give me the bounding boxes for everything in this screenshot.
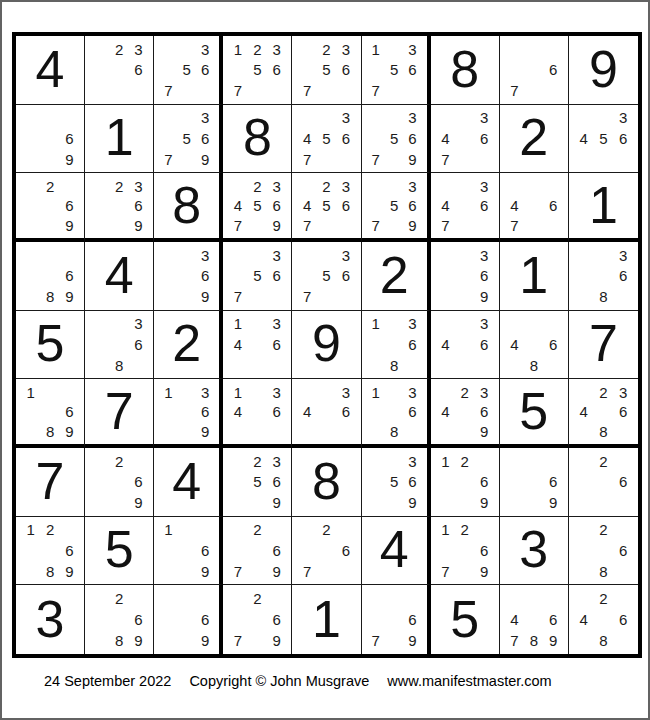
pencil-mark-slot-5 xyxy=(455,402,474,422)
cell-r3c1[interactable]: 269 xyxy=(16,173,85,242)
pencil-mark-slot-7 xyxy=(21,286,40,307)
pencil-mark-slot-2: 2 xyxy=(40,520,59,541)
pencil-mark-slot-3 xyxy=(60,176,79,196)
cell-r4c2[interactable]: 4 xyxy=(85,242,154,311)
pencil-mark-slot-9: 9 xyxy=(60,215,79,235)
pencil-mark-slot-9 xyxy=(544,80,563,101)
pencil-mark-slot-2: 2 xyxy=(317,176,336,196)
cell-r3c6[interactable]: 35679 xyxy=(362,173,431,242)
pencil-marks: 69 xyxy=(154,585,219,654)
pencil-mark-slot-7 xyxy=(367,492,385,513)
pencil-mark-slot-3 xyxy=(196,588,214,609)
pencil-mark-slot-8 xyxy=(455,286,474,307)
pencil-mark-slot-9 xyxy=(196,80,214,101)
cell-r4c7[interactable]: 369 xyxy=(431,242,500,311)
pencil-mark-slot-1: 1 xyxy=(228,382,247,402)
pencil-marks: 69 xyxy=(16,105,84,173)
pencil-mark-slot-2: 2 xyxy=(109,451,128,472)
pencil-mark-slot-4 xyxy=(574,540,594,561)
cell-r5c2[interactable]: 368 xyxy=(85,311,154,380)
cell-r4c8[interactable]: 1 xyxy=(500,242,569,311)
cell-r7c1[interactable]: 7 xyxy=(16,448,85,517)
pencil-mark-slot-4: 4 xyxy=(436,128,455,149)
cell-r9c7[interactable]: 5 xyxy=(431,585,500,654)
pencil-mark-slot-1: 1 xyxy=(21,520,40,541)
pencil-mark-slot-1 xyxy=(21,108,40,129)
pencil-mark-slot-8: 8 xyxy=(40,561,59,582)
pencil-mark-slot-7: 7 xyxy=(297,286,316,307)
pencil-mark-slot-7 xyxy=(90,492,109,513)
cell-r4c3[interactable]: 369 xyxy=(154,242,223,311)
pencil-mark-slot-7 xyxy=(21,561,40,582)
pencil-mark-slot-9 xyxy=(544,215,563,235)
pencil-mark-slot-4 xyxy=(574,266,594,287)
pencil-marks: 467 xyxy=(500,173,568,238)
pencil-mark-slot-8 xyxy=(178,630,196,651)
cell-r2c8[interactable]: 2 xyxy=(500,105,569,174)
pencil-mark-slot-8: 8 xyxy=(594,286,614,307)
pencil-mark-slot-3 xyxy=(544,176,563,196)
pencil-mark-slot-3 xyxy=(60,245,79,266)
cell-r9c9[interactable]: 2468 xyxy=(569,585,638,654)
pencil-mark-slot-6: 6 xyxy=(196,402,214,422)
pencil-mark-slot-6: 6 xyxy=(403,334,421,355)
cell-r4c1[interactable]: 689 xyxy=(16,242,85,311)
pencil-mark-slot-3: 3 xyxy=(474,245,493,266)
cell-r2c2[interactable]: 1 xyxy=(85,105,154,174)
pencil-mark-slot-1 xyxy=(228,520,247,541)
pencil-mark-slot-5 xyxy=(109,196,128,216)
pencil-mark-slot-3: 3 xyxy=(474,176,493,196)
cell-r6c3[interactable]: 1369 xyxy=(154,379,223,448)
cell-r2c6[interactable]: 35679 xyxy=(362,105,431,174)
pencil-mark-slot-9 xyxy=(613,286,633,307)
pencil-mark-slot-4 xyxy=(21,402,40,422)
pencil-mark-slot-8 xyxy=(248,355,267,376)
cell-r9c6[interactable]: 679 xyxy=(362,585,431,654)
cell-r5c5[interactable]: 9 xyxy=(292,311,361,380)
pencil-marks: 1368 xyxy=(362,379,427,444)
pencil-mark-slot-4 xyxy=(159,128,177,149)
pencil-mark-slot-8 xyxy=(385,492,403,513)
pencil-marks: 3467 xyxy=(431,173,499,238)
pencil-mark-slot-6: 6 xyxy=(196,540,214,561)
cell-r1c8[interactable]: 67 xyxy=(500,36,569,105)
pencil-mark-slot-9 xyxy=(336,215,355,235)
pencil-mark-slot-9 xyxy=(267,421,286,441)
cell-r3c2[interactable]: 2369 xyxy=(85,173,154,242)
cell-r5c6[interactable]: 1368 xyxy=(362,311,431,380)
pencil-mark-slot-2 xyxy=(524,588,543,609)
pencil-mark-slot-1 xyxy=(90,451,109,472)
pencil-mark-slot-5 xyxy=(178,609,196,630)
cell-r2c3[interactable]: 35679 xyxy=(154,105,223,174)
pencil-mark-slot-2: 2 xyxy=(594,520,614,541)
cell-r8c5[interactable]: 267 xyxy=(292,517,361,586)
pencil-mark-slot-4 xyxy=(367,402,385,422)
pencil-mark-slot-6: 6 xyxy=(267,540,286,561)
cell-r2c1[interactable]: 69 xyxy=(16,105,85,174)
pencil-mark-slot-9 xyxy=(336,561,355,582)
pencil-mark-slot-2: 2 xyxy=(317,39,336,60)
cell-r1c1[interactable]: 4 xyxy=(16,36,85,105)
cell-r7c6[interactable]: 3569 xyxy=(362,448,431,517)
cell-r5c7[interactable]: 346 xyxy=(431,311,500,380)
pencil-mark-slot-2: 2 xyxy=(594,451,614,472)
pencil-mark-slot-3 xyxy=(129,451,148,472)
pencil-mark-slot-7: 7 xyxy=(436,149,455,170)
pencil-mark-slot-8 xyxy=(317,80,336,101)
pencil-mark-slot-4: 4 xyxy=(436,196,455,216)
pencil-mark-slot-9 xyxy=(474,215,493,235)
cell-r6c1[interactable]: 1689 xyxy=(16,379,85,448)
pencil-mark-slot-6: 6 xyxy=(403,609,421,630)
pencil-mark-slot-1 xyxy=(90,39,109,60)
pencil-mark-slot-3: 3 xyxy=(474,108,493,129)
cell-r6c4[interactable]: 1346 xyxy=(223,379,292,448)
given-digit: 5 xyxy=(105,523,134,575)
pencil-mark-slot-5 xyxy=(524,334,543,355)
pencil-mark-slot-7 xyxy=(228,421,247,441)
pencil-mark-slot-4 xyxy=(21,196,40,216)
pencil-mark-slot-1: 1 xyxy=(228,314,247,335)
pencil-mark-slot-8 xyxy=(455,215,474,235)
pencil-mark-slot-9: 9 xyxy=(403,492,421,513)
pencil-mark-slot-2: 2 xyxy=(109,588,128,609)
cell-r8c9[interactable]: 268 xyxy=(569,517,638,586)
pencil-mark-slot-4 xyxy=(367,196,385,216)
given-digit: 4 xyxy=(172,455,201,507)
pencil-mark-slot-8 xyxy=(248,492,267,513)
pencil-mark-slot-9: 9 xyxy=(60,561,79,582)
pencil-mark-slot-8: 8 xyxy=(594,561,614,582)
pencil-mark-slot-1 xyxy=(574,451,594,472)
cell-r3c8[interactable]: 467 xyxy=(500,173,569,242)
pencil-mark-slot-8 xyxy=(248,421,267,441)
pencil-mark-slot-5 xyxy=(248,540,267,561)
pencil-mark-slot-2 xyxy=(455,176,474,196)
cell-r5c1[interactable]: 5 xyxy=(16,311,85,380)
pencil-mark-slot-3 xyxy=(196,520,214,541)
cell-r8c6[interactable]: 4 xyxy=(362,517,431,586)
cell-r6c9[interactable]: 23468 xyxy=(569,379,638,448)
pencil-mark-slot-9: 9 xyxy=(267,561,286,582)
pencil-mark-slot-7: 7 xyxy=(505,80,524,101)
pencil-mark-slot-4: 4 xyxy=(297,402,316,422)
cell-r1c5[interactable]: 23567 xyxy=(292,36,361,105)
cell-r6c2[interactable]: 7 xyxy=(85,379,154,448)
cell-r4c4[interactable]: 3567 xyxy=(223,242,292,311)
cell-r8c7[interactable]: 12679 xyxy=(431,517,500,586)
pencil-mark-slot-4 xyxy=(159,60,177,81)
pencil-mark-slot-4 xyxy=(505,60,524,81)
pencil-mark-slot-1 xyxy=(297,108,316,129)
pencil-mark-slot-6: 6 xyxy=(544,60,563,81)
cell-r6c6[interactable]: 1368 xyxy=(362,379,431,448)
pencil-mark-slot-6: 6 xyxy=(196,60,214,81)
cell-r5c9[interactable]: 7 xyxy=(569,311,638,380)
pencil-mark-slot-4 xyxy=(159,540,177,561)
pencil-mark-slot-3: 3 xyxy=(403,451,421,472)
pencil-mark-slot-7 xyxy=(574,561,594,582)
pencil-marks: 1346 xyxy=(223,379,291,444)
cell-r1c4[interactable]: 123567 xyxy=(223,36,292,105)
cell-r3c7[interactable]: 3467 xyxy=(431,173,500,242)
pencil-mark-slot-2 xyxy=(524,39,543,60)
pencil-mark-slot-3 xyxy=(544,39,563,60)
pencil-mark-slot-4: 4 xyxy=(574,609,594,630)
cell-r2c7[interactable]: 3467 xyxy=(431,105,500,174)
cell-r1c6[interactable]: 13567 xyxy=(362,36,431,105)
pencil-mark-slot-3 xyxy=(267,520,286,541)
pencil-mark-slot-4 xyxy=(367,334,385,355)
pencil-mark-slot-7 xyxy=(367,421,385,441)
cell-r8c8[interactable]: 3 xyxy=(500,517,569,586)
pencil-mark-slot-7: 7 xyxy=(159,80,177,101)
cell-r7c2[interactable]: 269 xyxy=(85,448,154,517)
cell-r6c7[interactable]: 23469 xyxy=(431,379,500,448)
pencil-mark-slot-8: 8 xyxy=(594,630,614,651)
pencil-marks: 3456 xyxy=(569,105,638,173)
pencil-mark-slot-4 xyxy=(228,60,247,81)
pencil-mark-slot-6: 6 xyxy=(613,266,633,287)
cell-r7c8[interactable]: 69 xyxy=(500,448,569,517)
pencil-marks: 35679 xyxy=(154,105,219,173)
cell-r5c8[interactable]: 468 xyxy=(500,311,569,380)
pencil-mark-slot-8 xyxy=(178,561,196,582)
given-digit: 7 xyxy=(105,385,134,437)
pencil-mark-slot-1 xyxy=(228,245,247,266)
pencil-mark-slot-6: 6 xyxy=(403,128,421,149)
pencil-mark-slot-3 xyxy=(613,588,633,609)
pencil-mark-slot-8: 8 xyxy=(385,355,403,376)
pencil-mark-slot-5 xyxy=(40,266,59,287)
cell-r9c4[interactable]: 2679 xyxy=(223,585,292,654)
pencil-mark-slot-1 xyxy=(574,520,594,541)
pencil-mark-slot-4 xyxy=(159,609,177,630)
pencil-mark-slot-7 xyxy=(21,215,40,235)
given-digit: 3 xyxy=(36,593,65,645)
cell-r3c5[interactable]: 234567 xyxy=(292,173,361,242)
pencil-mark-slot-5 xyxy=(455,472,474,493)
cell-r4c5[interactable]: 3567 xyxy=(292,242,361,311)
given-digit: 5 xyxy=(36,317,65,369)
pencil-mark-slot-1 xyxy=(505,314,524,335)
cell-r7c9[interactable]: 26 xyxy=(569,448,638,517)
pencil-mark-slot-2 xyxy=(40,382,59,402)
pencil-mark-slot-2 xyxy=(524,314,543,335)
pencil-mark-slot-2 xyxy=(385,108,403,129)
given-digit: 7 xyxy=(36,455,65,507)
cell-r9c5[interactable]: 1 xyxy=(292,585,361,654)
pencil-mark-slot-6: 6 xyxy=(474,196,493,216)
pencil-mark-slot-4 xyxy=(228,266,247,287)
cell-r2c9[interactable]: 3456 xyxy=(569,105,638,174)
cell-r1c2[interactable]: 236 xyxy=(85,36,154,105)
pencil-mark-slot-6: 6 xyxy=(60,128,79,149)
pencil-mark-slot-1 xyxy=(159,39,177,60)
given-digit: 4 xyxy=(380,523,409,575)
cell-r1c9[interactable]: 9 xyxy=(569,36,638,105)
pencil-mark-slot-8 xyxy=(248,630,267,651)
cell-r8c3[interactable]: 169 xyxy=(154,517,223,586)
cell-r2c4[interactable]: 8 xyxy=(223,105,292,174)
pencil-mark-slot-5 xyxy=(455,540,474,561)
pencil-mark-slot-1 xyxy=(21,176,40,196)
footer-date: 24 September 2022 xyxy=(44,673,171,689)
pencil-mark-slot-7: 7 xyxy=(228,286,247,307)
pencil-marks: 1368 xyxy=(362,311,427,379)
pencil-mark-slot-3: 3 xyxy=(129,314,148,335)
pencil-marks: 1269 xyxy=(431,448,499,516)
pencil-mark-slot-6: 6 xyxy=(336,128,355,149)
given-digit: 8 xyxy=(312,455,341,507)
cell-r8c2[interactable]: 5 xyxy=(85,517,154,586)
pencil-mark-slot-7: 7 xyxy=(297,215,316,235)
pencil-mark-slot-9 xyxy=(336,149,355,170)
pencil-mark-slot-1 xyxy=(90,176,109,196)
cell-r7c7[interactable]: 1269 xyxy=(431,448,500,517)
pencil-mark-slot-9: 9 xyxy=(474,286,493,307)
pencil-mark-slot-6: 6 xyxy=(403,472,421,493)
pencil-mark-slot-6: 6 xyxy=(129,196,148,216)
pencil-marks: 368 xyxy=(85,311,153,379)
pencil-mark-slot-2: 2 xyxy=(248,588,267,609)
pencil-mark-slot-2 xyxy=(40,108,59,129)
pencil-mark-slot-4 xyxy=(367,472,385,493)
pencil-mark-slot-4: 4 xyxy=(505,196,524,216)
pencil-mark-slot-8 xyxy=(109,80,128,101)
cell-r9c2[interactable]: 2689 xyxy=(85,585,154,654)
pencil-mark-slot-2: 2 xyxy=(455,451,474,472)
cell-r4c9[interactable]: 368 xyxy=(569,242,638,311)
pencil-mark-slot-1 xyxy=(367,451,385,472)
pencil-marks: 2345679 xyxy=(223,173,291,238)
pencil-mark-slot-1 xyxy=(367,108,385,129)
pencil-mark-slot-3 xyxy=(60,520,79,541)
pencil-mark-slot-2: 2 xyxy=(317,520,336,541)
pencil-mark-slot-7: 7 xyxy=(228,630,247,651)
pencil-marks: 2468 xyxy=(569,585,638,654)
sudoku-board: 4236356712356723567135678679691356798345… xyxy=(12,32,642,658)
cell-r2c5[interactable]: 34567 xyxy=(292,105,361,174)
cell-r4c6[interactable]: 2 xyxy=(362,242,431,311)
pencil-mark-slot-5 xyxy=(40,196,59,216)
pencil-marks: 23469 xyxy=(431,379,499,444)
pencil-mark-slot-6: 6 xyxy=(474,128,493,149)
pencil-marks: 67 xyxy=(500,36,568,104)
pencil-mark-slot-3: 3 xyxy=(267,451,286,472)
pencil-mark-slot-3 xyxy=(544,314,563,335)
pencil-mark-slot-3: 3 xyxy=(613,108,633,129)
cell-r1c7[interactable]: 8 xyxy=(431,36,500,105)
pencil-mark-slot-1 xyxy=(436,245,455,266)
pencil-mark-slot-1 xyxy=(574,245,594,266)
cell-r7c3[interactable]: 4 xyxy=(154,448,223,517)
given-digit: 2 xyxy=(380,249,409,301)
pencil-mark-slot-1: 1 xyxy=(159,520,177,541)
cell-r8c1[interactable]: 12689 xyxy=(16,517,85,586)
pencil-marks: 3567 xyxy=(292,242,360,310)
pencil-mark-slot-8 xyxy=(455,421,474,441)
pencil-mark-slot-9: 9 xyxy=(129,215,148,235)
given-digit: 5 xyxy=(519,385,548,437)
cell-r3c9[interactable]: 1 xyxy=(569,173,638,242)
pencil-mark-slot-9 xyxy=(267,80,286,101)
cell-r5c3[interactable]: 2 xyxy=(154,311,223,380)
pencil-mark-slot-6: 6 xyxy=(60,266,79,287)
pencil-mark-slot-7 xyxy=(574,286,594,307)
cell-r6c5[interactable]: 346 xyxy=(292,379,361,448)
pencil-mark-slot-9: 9 xyxy=(60,286,79,307)
given-digit: 8 xyxy=(172,179,201,231)
pencil-mark-slot-6: 6 xyxy=(267,334,286,355)
pencil-mark-slot-6: 6 xyxy=(613,402,633,422)
pencil-mark-slot-2: 2 xyxy=(594,382,614,402)
given-digit: 2 xyxy=(519,111,548,163)
cell-r6c8[interactable]: 5 xyxy=(500,379,569,448)
cell-r8c4[interactable]: 2679 xyxy=(223,517,292,586)
cell-r3c3[interactable]: 8 xyxy=(154,173,223,242)
cell-r7c4[interactable]: 23569 xyxy=(223,448,292,517)
pencil-mark-slot-1: 1 xyxy=(228,39,247,60)
pencil-mark-slot-6: 6 xyxy=(474,266,493,287)
pencil-mark-slot-5: 5 xyxy=(385,472,403,493)
pencil-marks: 12689 xyxy=(16,517,84,585)
pencil-mark-slot-5 xyxy=(524,196,543,216)
pencil-mark-slot-7 xyxy=(574,421,594,441)
pencil-mark-slot-6: 6 xyxy=(474,472,493,493)
pencil-mark-slot-4 xyxy=(436,266,455,287)
pencil-mark-slot-3: 3 xyxy=(336,382,355,402)
pencil-mark-slot-9 xyxy=(129,80,148,101)
cell-r3c4[interactable]: 2345679 xyxy=(223,173,292,242)
cell-r9c1[interactable]: 3 xyxy=(16,585,85,654)
pencil-mark-slot-6: 6 xyxy=(267,402,286,422)
pencil-mark-slot-8 xyxy=(178,421,196,441)
cell-r9c8[interactable]: 46789 xyxy=(500,585,569,654)
pencil-mark-slot-2: 2 xyxy=(248,520,267,541)
pencil-marks: 234567 xyxy=(292,173,360,238)
pencil-mark-slot-5 xyxy=(385,609,403,630)
pencil-marks: 23569 xyxy=(223,448,291,516)
cell-r1c3[interactable]: 3567 xyxy=(154,36,223,105)
pencil-marks: 35679 xyxy=(362,105,427,173)
pencil-mark-slot-5 xyxy=(594,472,614,493)
pencil-mark-slot-9 xyxy=(613,492,633,513)
cell-r9c3[interactable]: 69 xyxy=(154,585,223,654)
pencil-mark-slot-1 xyxy=(436,108,455,129)
pencil-mark-slot-2: 2 xyxy=(40,176,59,196)
cell-r5c4[interactable]: 1346 xyxy=(223,311,292,380)
given-digit: 9 xyxy=(589,43,618,95)
cell-r7c5[interactable]: 8 xyxy=(292,448,361,517)
pencil-mark-slot-8 xyxy=(455,561,474,582)
pencil-mark-slot-5 xyxy=(109,60,128,81)
pencil-mark-slot-5: 5 xyxy=(385,128,403,149)
pencil-mark-slot-8 xyxy=(524,215,543,235)
pencil-mark-slot-4 xyxy=(228,540,247,561)
pencil-mark-slot-5: 5 xyxy=(178,60,196,81)
pencil-mark-slot-4 xyxy=(159,266,177,287)
pencil-mark-slot-1 xyxy=(505,588,524,609)
pencil-mark-slot-3 xyxy=(613,520,633,541)
pencil-mark-slot-4 xyxy=(505,472,524,493)
pencil-mark-slot-3: 3 xyxy=(267,39,286,60)
pencil-mark-slot-2 xyxy=(317,245,336,266)
pencil-mark-slot-2: 2 xyxy=(594,588,614,609)
pencil-mark-slot-7: 7 xyxy=(297,561,316,582)
